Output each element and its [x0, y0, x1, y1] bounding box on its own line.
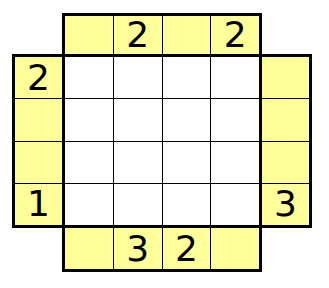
grid-cell-r3c2[interactable]: [114, 142, 162, 183]
clue-bottom-2: 3: [114, 228, 162, 269]
clue-right-1: [262, 57, 309, 98]
grid-cell-r1c1[interactable]: [65, 57, 113, 98]
grid-cell-r1c4[interactable]: [211, 57, 259, 98]
grid-cell-r4c1[interactable]: [65, 184, 113, 225]
grid-cell-r4c4[interactable]: [211, 184, 259, 225]
grid-cell-r2c4[interactable]: [211, 99, 259, 140]
clue-top-1: [65, 16, 113, 54]
clue-top-3: [163, 16, 211, 54]
grid-cell-r3c1[interactable]: [65, 142, 113, 183]
clue-left-3: [15, 142, 62, 183]
grid-cell-r3c3[interactable]: [163, 142, 211, 183]
grid-cell-r3c4[interactable]: [211, 142, 259, 183]
clue-right-4: 3: [262, 184, 309, 225]
grid-cell-r4c3[interactable]: [163, 184, 211, 225]
grid-cell-r1c3[interactable]: [163, 57, 211, 98]
main-grid: [62, 54, 262, 228]
clue-top-4: 2: [211, 16, 259, 54]
clue-bottom-1: [65, 228, 113, 269]
bottom-clue-strip: 3 2: [62, 225, 262, 272]
clue-bottom-3: 2: [163, 228, 211, 269]
grid-cell-r2c3[interactable]: [163, 99, 211, 140]
puzzle-page: 2 2 2 1: [0, 0, 329, 288]
clue-bottom-4: [211, 228, 259, 269]
grid-cell-r1c2[interactable]: [114, 57, 162, 98]
grid-cell-r2c1[interactable]: [65, 99, 113, 140]
right-clue-strip: 3: [259, 54, 312, 228]
clue-right-2: [262, 99, 309, 140]
left-clue-strip: 2 1: [12, 54, 65, 228]
top-clue-strip: 2 2: [62, 13, 262, 57]
clue-left-1: 2: [15, 57, 62, 98]
clue-left-4: 1: [15, 184, 62, 225]
skyscrapers-board: 2 2 2 1: [12, 13, 312, 272]
grid-cell-r2c2[interactable]: [114, 99, 162, 140]
grid-cell-r4c2[interactable]: [114, 184, 162, 225]
clue-left-2: [15, 99, 62, 140]
clue-top-2: 2: [114, 16, 162, 54]
clue-right-3: [262, 142, 309, 183]
